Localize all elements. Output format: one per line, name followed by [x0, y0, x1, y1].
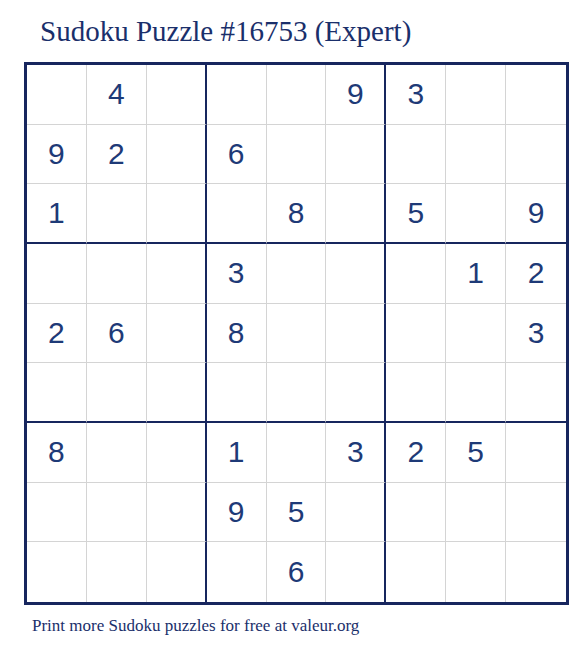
sudoku-cell-r7c4: 1 [207, 423, 267, 483]
sudoku-cell-r6c3 [147, 363, 207, 423]
sudoku-board: 4939261859312268381325956 [24, 62, 569, 605]
sudoku-cell-r8c6 [326, 483, 386, 543]
sudoku-cell-r7c2 [87, 423, 147, 483]
sudoku-cell-r3c4 [207, 184, 267, 244]
sudoku-cell-r2c3 [147, 125, 207, 185]
sudoku-cell-r7c6: 3 [326, 423, 386, 483]
sudoku-cell-r9c4 [207, 542, 267, 602]
sudoku-cell-r1c9 [506, 65, 566, 125]
given-digit: 3 [228, 256, 245, 290]
sudoku-cell-r5c5 [267, 304, 327, 364]
given-digit: 8 [228, 316, 245, 350]
given-digit: 1 [467, 256, 484, 290]
sudoku-cell-r4c2 [87, 244, 147, 304]
given-digit: 3 [347, 435, 364, 469]
sudoku-cell-r6c8 [446, 363, 506, 423]
sudoku-cell-r8c8 [446, 483, 506, 543]
sudoku-cell-r3c9: 9 [506, 184, 566, 244]
sudoku-cell-r7c3 [147, 423, 207, 483]
sudoku-cell-r2c9 [506, 125, 566, 185]
sudoku-cell-r9c8 [446, 542, 506, 602]
sudoku-cell-r4c5 [267, 244, 327, 304]
sudoku-cell-r8c1 [27, 483, 87, 543]
given-digit: 2 [407, 435, 424, 469]
sudoku-cell-r7c8: 5 [446, 423, 506, 483]
sudoku-cell-r1c1 [27, 65, 87, 125]
sudoku-cell-r3c7: 5 [386, 184, 446, 244]
sudoku-cell-r6c4 [207, 363, 267, 423]
given-digit: 2 [48, 316, 65, 350]
sudoku-cell-r3c1: 1 [27, 184, 87, 244]
sudoku-cell-r5c2: 6 [87, 304, 147, 364]
sudoku-cell-r3c5: 8 [267, 184, 327, 244]
sudoku-cell-r5c9: 3 [506, 304, 566, 364]
given-digit: 6 [228, 137, 245, 171]
sudoku-cell-r2c1: 9 [27, 125, 87, 185]
sudoku-cell-r4c3 [147, 244, 207, 304]
given-digit: 4 [108, 77, 125, 111]
sudoku-cell-r7c5 [267, 423, 327, 483]
given-digit: 5 [467, 435, 484, 469]
given-digit: 3 [407, 77, 424, 111]
sudoku-cell-r3c6 [326, 184, 386, 244]
sudoku-cell-r2c2: 2 [87, 125, 147, 185]
sudoku-cell-r7c9 [506, 423, 566, 483]
sudoku-cell-r8c2 [87, 483, 147, 543]
sudoku-cell-r6c5 [267, 363, 327, 423]
sudoku-cell-r4c8: 1 [446, 244, 506, 304]
given-digit: 1 [228, 435, 245, 469]
sudoku-cell-r5c3 [147, 304, 207, 364]
sudoku-cell-r9c9 [506, 542, 566, 602]
sudoku-cell-r5c6 [326, 304, 386, 364]
given-digit: 9 [228, 495, 245, 529]
sudoku-cell-r5c7 [386, 304, 446, 364]
sudoku-cell-r8c9 [506, 483, 566, 543]
sudoku-cell-r2c8 [446, 125, 506, 185]
sudoku-cell-r4c1 [27, 244, 87, 304]
sudoku-cell-r7c7: 2 [386, 423, 446, 483]
sudoku-cell-r4c7 [386, 244, 446, 304]
sudoku-cell-r2c4: 6 [207, 125, 267, 185]
sudoku-cell-r6c1 [27, 363, 87, 423]
sudoku-cell-r3c2 [87, 184, 147, 244]
sudoku-cell-r5c1: 2 [27, 304, 87, 364]
sudoku-cell-r2c5 [267, 125, 327, 185]
sudoku-cell-r7c1: 8 [27, 423, 87, 483]
sudoku-cell-r9c6 [326, 542, 386, 602]
sudoku-cell-r3c3 [147, 184, 207, 244]
sudoku-cell-r2c6 [326, 125, 386, 185]
given-digit: 1 [48, 196, 65, 230]
given-digit: 9 [48, 137, 65, 171]
sudoku-cell-r1c3 [147, 65, 207, 125]
sudoku-cell-r9c2 [87, 542, 147, 602]
sudoku-cell-r8c4: 9 [207, 483, 267, 543]
sudoku-cell-r4c4: 3 [207, 244, 267, 304]
sudoku-cell-r8c5: 5 [267, 483, 327, 543]
sudoku-cell-r5c8 [446, 304, 506, 364]
sudoku-cell-r9c7 [386, 542, 446, 602]
sudoku-cell-r1c4 [207, 65, 267, 125]
given-digit: 3 [528, 316, 545, 350]
given-digit: 6 [108, 316, 125, 350]
sudoku-cell-r6c6 [326, 363, 386, 423]
page-title: Sudoku Puzzle #16753 (Expert) [40, 14, 411, 48]
sudoku-cell-r6c7 [386, 363, 446, 423]
sudoku-cell-r9c3 [147, 542, 207, 602]
given-digit: 5 [288, 495, 305, 529]
sudoku-cell-r6c9 [506, 363, 566, 423]
footer-credit: Print more Sudoku puzzles for free at va… [32, 616, 359, 636]
sudoku-cell-r1c7: 3 [386, 65, 446, 125]
sudoku-cell-r8c7 [386, 483, 446, 543]
sudoku-cell-r1c6: 9 [326, 65, 386, 125]
sudoku-cell-r1c8 [446, 65, 506, 125]
sudoku-cell-r2c7 [386, 125, 446, 185]
sudoku-cell-r1c2: 4 [87, 65, 147, 125]
given-digit: 2 [108, 137, 125, 171]
given-digit: 2 [528, 256, 545, 290]
sudoku-cell-r1c5 [267, 65, 327, 125]
sudoku-cell-r4c6 [326, 244, 386, 304]
sudoku-cell-r8c3 [147, 483, 207, 543]
sudoku-cell-r9c1 [27, 542, 87, 602]
given-digit: 9 [528, 196, 545, 230]
given-digit: 8 [48, 435, 65, 469]
given-digit: 8 [288, 196, 305, 230]
sudoku-cell-r5c4: 8 [207, 304, 267, 364]
sudoku-cell-r6c2 [87, 363, 147, 423]
sudoku-cell-r9c5: 6 [267, 542, 327, 602]
sudoku-cell-r3c8 [446, 184, 506, 244]
given-digit: 9 [347, 77, 364, 111]
sudoku-cell-r4c9: 2 [506, 244, 566, 304]
given-digit: 5 [407, 196, 424, 230]
given-digit: 6 [288, 555, 305, 589]
